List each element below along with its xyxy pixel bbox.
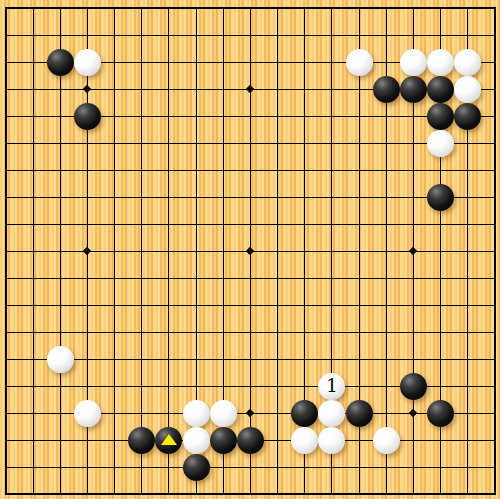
black-stone — [454, 103, 481, 130]
white-stone — [454, 49, 481, 76]
star-point — [409, 247, 417, 255]
white-stone — [318, 427, 345, 454]
black-stone — [373, 76, 400, 103]
black-stone — [47, 49, 74, 76]
white-stone — [346, 49, 373, 76]
black-stone — [237, 427, 264, 454]
star-point — [246, 247, 254, 255]
black-stone — [128, 427, 155, 454]
black-stone — [427, 76, 454, 103]
black-stone — [427, 103, 454, 130]
white-stone — [291, 427, 318, 454]
black-stone — [400, 373, 427, 400]
white-stone — [400, 49, 427, 76]
white-stone: 1 — [318, 373, 345, 400]
black-stone — [346, 400, 373, 427]
black-stone — [155, 427, 182, 454]
board-grid: 1 — [0, 0, 500, 499]
black-stone — [74, 103, 101, 130]
white-stone — [454, 76, 481, 103]
star-point — [409, 409, 417, 417]
white-stone — [183, 427, 210, 454]
star-point — [246, 85, 254, 93]
black-stone — [210, 427, 237, 454]
move-number-label: 1 — [318, 373, 345, 400]
white-stone — [183, 400, 210, 427]
star-point — [83, 247, 91, 255]
star-point — [83, 85, 91, 93]
black-stone — [291, 400, 318, 427]
white-stone — [318, 400, 345, 427]
black-stone — [400, 76, 427, 103]
black-stone — [427, 400, 454, 427]
white-stone — [210, 400, 237, 427]
star-point — [246, 409, 254, 417]
white-stone — [373, 427, 400, 454]
white-stone — [427, 130, 454, 157]
black-stone — [183, 454, 210, 481]
white-stone — [74, 49, 101, 76]
triangle-marker — [161, 434, 177, 445]
black-stone — [427, 184, 454, 211]
white-stone — [74, 400, 101, 427]
go-board[interactable]: 1 — [0, 0, 500, 499]
white-stone — [427, 49, 454, 76]
white-stone — [47, 346, 74, 373]
